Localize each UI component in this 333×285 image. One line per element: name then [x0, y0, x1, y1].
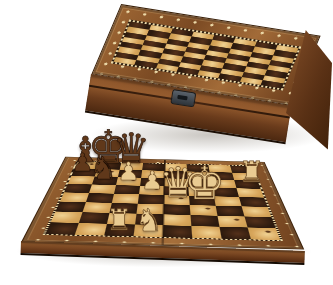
square-a1: [45, 222, 78, 234]
open-chess-board-surface: [21, 157, 304, 250]
square-g1: [219, 227, 251, 240]
square-g2: [217, 216, 247, 228]
square-f2: [190, 215, 219, 227]
square-e2: [163, 214, 191, 226]
square-c3: [109, 203, 137, 214]
square-a3: [56, 202, 86, 213]
metal-latch-icon: [171, 89, 197, 108]
cassette-lid-checkerboard: [111, 20, 301, 91]
square-d1: [134, 225, 164, 238]
square-f3: [190, 205, 218, 216]
square-c2: [107, 213, 137, 225]
square-a2: [51, 212, 83, 224]
square-f1: [191, 226, 221, 239]
square-d3: [136, 204, 163, 215]
square-b1: [75, 223, 107, 236]
square-d2: [135, 214, 163, 226]
square-b3: [82, 202, 111, 213]
square-b2: [79, 212, 110, 224]
chess-set-product-photo: ♝♚♛♟♞♟♜♟♛♚♜♞: [0, 0, 333, 285]
square-c1: [104, 224, 135, 237]
square-h2: [244, 216, 275, 228]
square-h1: [248, 227, 281, 240]
square-e3: [163, 204, 190, 215]
square-e1: [163, 225, 192, 238]
